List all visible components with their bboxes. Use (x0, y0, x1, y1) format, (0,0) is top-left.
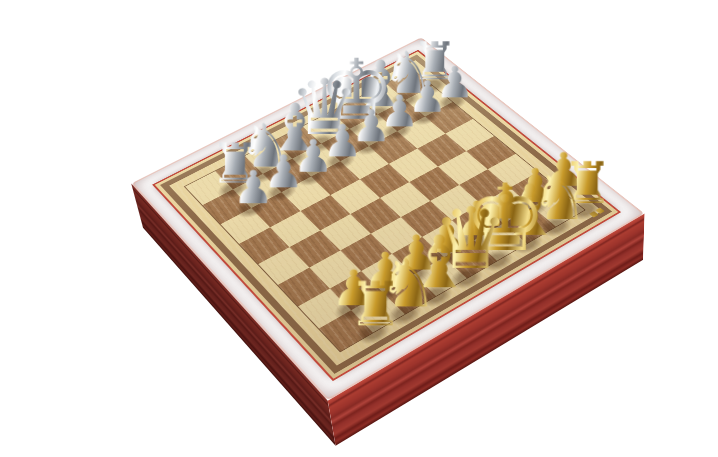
rook-glyph: ♜ (336, 274, 415, 335)
scene-3d: ♜♞♝♛♚♝♞♜♟♟♟♟♟♟♟♟♟♟♟♟♟♟♟♟♜♞♝♛♚♝♞♜ (0, 0, 718, 457)
board-surface: ♜♞♝♛♚♝♞♜♟♟♟♟♟♟♟♟♟♟♟♟♟♟♟♟♜♞♝♛♚♝♞♜ (155, 51, 618, 378)
chess-box: ♜♞♝♛♚♝♞♜♟♟♟♟♟♟♟♟♟♟♟♟♟♟♟♟♜♞♝♛♚♝♞♜ (131, 37, 644, 400)
photo-stage: ♜♞♝♛♚♝♞♜♟♟♟♟♟♟♟♟♟♟♟♟♟♟♟♟♜♞♝♛♚♝♞♜ (0, 0, 718, 457)
piece-white-gold-rook-a1: ♜ (336, 274, 415, 335)
